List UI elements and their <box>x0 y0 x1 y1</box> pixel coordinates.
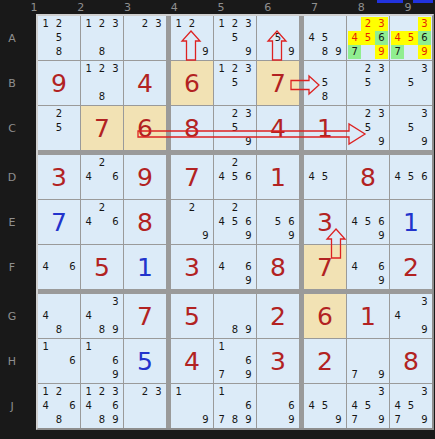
cell-A4[interactable]: 129 <box>171 16 213 60</box>
candidate-mark[interactable]: 2 <box>95 17 108 31</box>
cell-value: 2 <box>304 339 346 383</box>
cell-F1[interactable]: 46 <box>38 245 80 289</box>
candidate-mark[interactable]: 5 <box>404 31 417 45</box>
candidate-mark[interactable]: 4 <box>39 399 52 413</box>
candidate-mark[interactable]: 9 <box>109 368 122 382</box>
cell-value: 5 <box>81 245 123 289</box>
candidate-grid: 35 <box>391 62 431 104</box>
candidate-mark[interactable]: 2 <box>185 201 198 215</box>
candidate-grid: 169 <box>82 340 122 382</box>
candidate-mark[interactable]: 4 <box>215 215 228 229</box>
candidate-mark[interactable]: 9 <box>375 135 388 149</box>
col-label-5: 5 <box>218 1 225 14</box>
candidate-mark[interactable]: 5 <box>361 76 374 90</box>
cell-H2[interactable]: 169 <box>81 339 123 383</box>
candidate-mark[interactable]: 4 <box>391 399 404 413</box>
candidate-mark[interactable]: 2 <box>52 107 65 121</box>
candidate-grid: 48 <box>39 295 79 337</box>
cell-H7[interactable]: 2 <box>304 339 346 383</box>
cell-G1[interactable]: 48 <box>38 294 80 338</box>
candidate-mark[interactable]: 2 <box>95 201 108 215</box>
candidate-mark[interactable]: 9 <box>242 323 255 337</box>
candidate-mark[interactable]: 6 <box>109 354 122 368</box>
cell-D9[interactable]: 456 <box>390 155 432 199</box>
candidate-mark[interactable]: 3 <box>109 62 122 76</box>
candidate-mark[interactable]: 9 <box>332 413 345 427</box>
candidate-mark[interactable]: 5 <box>318 31 331 45</box>
cell-A3[interactable]: 23 <box>124 16 166 60</box>
candidate-grid: 89 <box>215 295 255 337</box>
candidate-mark[interactable]: 6 <box>109 215 122 229</box>
candidate-mark[interactable]: 5 <box>404 121 417 135</box>
cell-value: 9 <box>38 61 80 105</box>
cell-E1[interactable]: 7 <box>38 200 80 244</box>
cell-A2[interactable]: 1238 <box>81 16 123 60</box>
candidate-mark[interactable]: 9 <box>242 368 255 382</box>
cell-J9[interactable]: 34579 <box>390 384 432 428</box>
candidate-mark[interactable]: 9 <box>375 274 388 288</box>
cell-value: 3 <box>304 200 346 244</box>
candidate-mark[interactable]: 4 <box>348 31 361 45</box>
candidate-grid: 19 <box>172 385 212 427</box>
candidate-mark[interactable]: 4 <box>39 309 52 323</box>
cell-C1[interactable]: 25 <box>38 106 80 150</box>
cell-value: 8 <box>257 245 299 289</box>
candidate-mark[interactable]: 9 <box>375 45 388 59</box>
candidate-mark[interactable]: 5 <box>228 31 241 45</box>
candidate-mark[interactable]: 9 <box>199 45 212 59</box>
candidate-mark[interactable]: 4 <box>305 399 318 413</box>
cell-F4[interactable]: 3 <box>171 245 213 289</box>
candidate-mark[interactable]: 5 <box>318 76 331 90</box>
cell-J7[interactable]: 459 <box>304 384 346 428</box>
candidate-mark[interactable]: 2 <box>361 107 374 121</box>
cell-C3[interactable]: 6 <box>124 106 166 150</box>
candidate-mark[interactable]: 2 <box>52 385 65 399</box>
candidate-mark[interactable]: 6 <box>242 260 255 274</box>
candidate-mark[interactable]: 3 <box>418 62 431 76</box>
cell-value: 1 <box>304 106 346 150</box>
cell-J3[interactable]: 23 <box>124 384 166 428</box>
candidate-mark[interactable]: 3 <box>418 107 431 121</box>
cell-H1[interactable]: 16 <box>38 339 80 383</box>
candidate-mark[interactable]: 3 <box>109 17 122 31</box>
candidate-mark[interactable]: 2 <box>95 156 108 170</box>
candidate-mark[interactable]: 6 <box>285 399 298 413</box>
candidate-mark[interactable]: 9 <box>199 229 212 243</box>
candidate-mark[interactable]: 3 <box>242 62 255 76</box>
candidate-mark[interactable]: 7 <box>391 45 404 59</box>
cell-value: 7 <box>81 106 123 150</box>
candidate-mark[interactable]: 5 <box>228 215 241 229</box>
cell-A8[interactable]: 2345679 <box>347 16 389 60</box>
cell-D8[interactable]: 8 <box>347 155 389 199</box>
candidate-mark[interactable]: 1 <box>215 340 228 354</box>
candidate-mark[interactable]: 3 <box>375 385 388 399</box>
candidate-mark[interactable]: 5 <box>361 121 374 135</box>
candidate-grid: 46 <box>39 246 79 288</box>
cell-E4[interactable]: 29 <box>171 200 213 244</box>
candidate-grid: 2359 <box>348 107 388 149</box>
cell-H6[interactable]: 3 <box>257 339 299 383</box>
top-accent-bar <box>377 0 403 3</box>
row-label-C: C <box>8 122 16 135</box>
candidate-mark[interactable]: 3 <box>375 17 388 31</box>
candidate-mark[interactable]: 3 <box>152 385 165 399</box>
cell-value: 8 <box>171 106 213 150</box>
candidate-mark[interactable]: 9 <box>418 323 431 337</box>
cell-A7[interactable]: 4589 <box>304 16 346 60</box>
candidate-mark[interactable]: 8 <box>95 323 108 337</box>
candidate-mark[interactable]: 9 <box>375 229 388 243</box>
candidate-mark[interactable]: 9 <box>418 413 431 427</box>
candidate-mark[interactable]: 6 <box>109 399 122 413</box>
cell-J1[interactable]: 12468 <box>38 384 80 428</box>
cell-value: 8 <box>347 155 389 199</box>
cell-C7[interactable]: 1 <box>304 106 346 150</box>
candidate-mark[interactable]: 9 <box>242 45 255 59</box>
cell-J5[interactable]: 16789 <box>214 384 256 428</box>
candidate-mark[interactable]: 9 <box>109 413 122 427</box>
candidate-mark[interactable]: 4 <box>82 399 95 413</box>
candidate-mark[interactable]: 9 <box>242 229 255 243</box>
candidate-mark[interactable]: 4 <box>391 309 404 323</box>
cell-F7[interactable]: 7 <box>304 245 346 289</box>
cell-C6[interactable]: 4 <box>257 106 299 150</box>
cell-E8[interactable]: 4569 <box>347 200 389 244</box>
cell-H5[interactable]: 1679 <box>214 339 256 383</box>
cell-B5[interactable]: 1235 <box>214 61 256 105</box>
cell-value: 8 <box>390 339 432 383</box>
candidate-mark[interactable]: 5 <box>228 170 241 184</box>
cell-C8[interactable]: 2359 <box>347 106 389 150</box>
candidate-mark[interactable]: 6 <box>375 260 388 274</box>
candidate-grid: 246 <box>82 201 122 243</box>
row-label-B: B <box>8 77 16 90</box>
candidate-mark[interactable]: 5 <box>228 121 241 135</box>
candidate-mark[interactable]: 6 <box>66 260 79 274</box>
candidate-mark[interactable]: 7 <box>215 413 228 427</box>
candidate-mark[interactable]: 5 <box>52 31 65 45</box>
candidate-mark[interactable]: 5 <box>271 31 284 45</box>
candidate-mark[interactable]: 2 <box>228 62 241 76</box>
candidate-mark[interactable]: 5 <box>404 170 417 184</box>
cell-F8[interactable]: 469 <box>347 245 389 289</box>
candidate-mark[interactable]: 4 <box>391 31 404 45</box>
cell-E7[interactable]: 3 <box>304 200 346 244</box>
candidate-mark[interactable]: 4 <box>82 309 95 323</box>
candidate-mark[interactable]: 4 <box>305 31 318 45</box>
col-label-3: 3 <box>124 1 131 14</box>
cell-C9[interactable]: 359 <box>390 106 432 150</box>
candidate-mark[interactable]: 9 <box>332 45 345 59</box>
cell-E3[interactable]: 8 <box>124 200 166 244</box>
candidate-mark[interactable]: 9 <box>242 135 255 149</box>
candidate-mark[interactable]: 3 <box>375 62 388 76</box>
cell-F9[interactable]: 2 <box>390 245 432 289</box>
candidate-mark[interactable]: 5 <box>228 76 241 90</box>
candidate-mark[interactable]: 2 <box>52 17 65 31</box>
candidate-mark[interactable]: 1 <box>215 17 228 31</box>
cell-C4[interactable]: 8 <box>171 106 213 150</box>
cell-F5[interactable]: 469 <box>214 245 256 289</box>
cell-D5[interactable]: 2456 <box>214 155 256 199</box>
candidate-mark[interactable]: 8 <box>318 45 331 59</box>
candidate-mark[interactable]: 3 <box>242 17 255 31</box>
cell-C5[interactable]: 2359 <box>214 106 256 150</box>
cell-F2[interactable]: 5 <box>81 245 123 289</box>
cell-D4[interactable]: 7 <box>171 155 213 199</box>
cell-G2[interactable]: 3489 <box>81 294 123 338</box>
cell-A9[interactable]: 345679 <box>390 16 432 60</box>
cell-value: 7 <box>38 200 80 244</box>
candidate-mark[interactable]: 1 <box>39 17 52 31</box>
candidate-grid: 3489 <box>82 295 122 337</box>
candidate-mark[interactable]: 2 <box>95 62 108 76</box>
candidate-mark[interactable]: 9 <box>109 323 122 337</box>
candidate-mark[interactable]: 1 <box>82 62 95 76</box>
col-label-7: 7 <box>311 1 318 14</box>
cell-value: 1 <box>124 245 166 289</box>
candidate-mark[interactable]: 4 <box>348 215 361 229</box>
candidate-mark[interactable]: 5 <box>318 170 331 184</box>
candidate-mark[interactable]: 9 <box>242 274 255 288</box>
cell-B2[interactable]: 1238 <box>81 61 123 105</box>
cell-B9[interactable]: 35 <box>390 61 432 105</box>
candidate-mark[interactable]: 6 <box>242 399 255 413</box>
candidate-mark[interactable]: 2 <box>361 17 374 31</box>
candidate-grid: 1679 <box>215 340 255 382</box>
row-label-A: A <box>8 32 16 45</box>
candidate-mark[interactable]: 2 <box>228 156 241 170</box>
cell-D2[interactable]: 246 <box>81 155 123 199</box>
cell-F6[interactable]: 8 <box>257 245 299 289</box>
candidate-mark[interactable]: 2 <box>95 385 108 399</box>
candidate-mark[interactable]: 9 <box>375 413 388 427</box>
candidate-mark[interactable]: 9 <box>375 368 388 382</box>
candidate-mark[interactable]: 1 <box>39 340 52 354</box>
candidate-mark[interactable]: 4 <box>348 260 361 274</box>
candidate-mark[interactable]: 6 <box>66 354 79 368</box>
cell-G4[interactable]: 5 <box>171 294 213 338</box>
candidate-mark[interactable]: 3 <box>242 107 255 121</box>
candidate-mark[interactable]: 3 <box>418 17 431 31</box>
candidate-mark[interactable]: 6 <box>66 399 79 413</box>
cell-B8[interactable]: 235 <box>347 61 389 105</box>
candidate-mark[interactable]: 3 <box>152 17 165 31</box>
candidate-mark[interactable]: 6 <box>375 31 388 45</box>
cell-value: 7 <box>124 294 166 338</box>
cell-E5[interactable]: 24569 <box>214 200 256 244</box>
candidate-grid: 34579 <box>348 385 388 427</box>
candidate-mark[interactable]: 7 <box>348 413 361 427</box>
row-label-D: D <box>8 171 16 184</box>
candidate-mark[interactable]: 2 <box>138 17 151 31</box>
candidate-grid: 59 <box>258 17 298 59</box>
candidate-mark[interactable]: 2 <box>228 107 241 121</box>
cell-G9[interactable]: 349 <box>390 294 432 338</box>
candidate-mark[interactable]: 6 <box>109 170 122 184</box>
candidate-grid: 129 <box>172 17 212 59</box>
cell-B4[interactable]: 6 <box>171 61 213 105</box>
candidate-mark[interactable]: 3 <box>375 107 388 121</box>
row-label-J: J <box>10 400 13 413</box>
candidate-mark[interactable]: 5 <box>271 215 284 229</box>
cell-E9[interactable]: 1 <box>390 200 432 244</box>
candidate-mark[interactable]: 2 <box>228 201 241 215</box>
candidate-mark[interactable]: 4 <box>82 170 95 184</box>
cell-D6[interactable]: 1 <box>257 155 299 199</box>
candidate-mark[interactable]: 6 <box>375 215 388 229</box>
candidate-mark[interactable]: 8 <box>228 323 241 337</box>
cell-H4[interactable]: 4 <box>171 339 213 383</box>
candidate-mark[interactable]: 5 <box>361 215 374 229</box>
col-label-9: 9 <box>405 1 412 14</box>
cell-E2[interactable]: 246 <box>81 200 123 244</box>
cell-value: 8 <box>124 200 166 244</box>
candidate-mark[interactable]: 4 <box>39 260 52 274</box>
cell-G8[interactable]: 1 <box>347 294 389 338</box>
candidate-mark[interactable]: 5 <box>361 399 374 413</box>
candidate-grid: 359 <box>391 107 431 149</box>
candidate-mark[interactable]: 9 <box>285 413 298 427</box>
candidate-mark[interactable]: 8 <box>52 45 65 59</box>
cell-J4[interactable]: 19 <box>171 384 213 428</box>
cell-F3[interactable]: 1 <box>124 245 166 289</box>
candidate-mark[interactable]: 3 <box>418 295 431 309</box>
candidate-grid: 16789 <box>215 385 255 427</box>
candidate-mark[interactable]: 1 <box>82 385 95 399</box>
cell-A1[interactable]: 1258 <box>38 16 80 60</box>
candidate-mark[interactable]: 6 <box>285 215 298 229</box>
candidate-mark[interactable]: 8 <box>95 45 108 59</box>
candidate-mark[interactable]: 2 <box>228 17 241 31</box>
candidate-mark[interactable]: 9 <box>285 45 298 59</box>
cell-D7[interactable]: 45 <box>304 155 346 199</box>
cell-G5[interactable]: 89 <box>214 294 256 338</box>
candidate-mark[interactable]: 5 <box>318 399 331 413</box>
candidate-mark[interactable]: 1 <box>215 62 228 76</box>
candidate-mark[interactable]: 1 <box>215 385 228 399</box>
top-accent-bar <box>413 0 433 3</box>
cell-J6[interactable]: 69 <box>257 384 299 428</box>
cell-value: 6 <box>124 106 166 150</box>
candidate-grid: 69 <box>258 385 298 427</box>
candidate-mark[interactable]: 9 <box>242 413 255 427</box>
cell-B7[interactable]: 58 <box>304 61 346 105</box>
candidate-grid: 79 <box>348 340 388 382</box>
cell-H8[interactable]: 79 <box>347 339 389 383</box>
candidate-mark[interactable]: 4 <box>348 399 361 413</box>
candidate-mark[interactable]: 6 <box>418 31 431 45</box>
candidate-mark[interactable]: 5 <box>404 399 417 413</box>
cell-value: 1 <box>390 200 432 244</box>
cell-G7[interactable]: 6 <box>304 294 346 338</box>
cell-D3[interactable]: 9 <box>124 155 166 199</box>
candidate-mark[interactable]: 5 <box>52 121 65 135</box>
candidate-mark[interactable]: 9 <box>199 413 212 427</box>
candidate-mark[interactable]: 8 <box>95 413 108 427</box>
candidate-mark[interactable]: 3 <box>418 385 431 399</box>
cell-H9[interactable]: 8 <box>390 339 432 383</box>
candidate-mark[interactable]: 8 <box>52 323 65 337</box>
candidate-mark[interactable]: 3 <box>109 385 122 399</box>
cell-C2[interactable]: 7 <box>81 106 123 150</box>
candidate-mark[interactable]: 2 <box>185 17 198 31</box>
candidate-mark[interactable]: 3 <box>109 295 122 309</box>
row-label-H: H <box>8 355 16 368</box>
candidate-grid: 2359 <box>215 107 255 149</box>
candidate-mark[interactable]: 9 <box>285 229 298 243</box>
cell-G3[interactable]: 7 <box>124 294 166 338</box>
candidate-mark[interactable]: 6 <box>242 354 255 368</box>
candidate-mark[interactable]: 6 <box>242 170 255 184</box>
candidate-grid: 25 <box>39 107 79 149</box>
cell-J2[interactable]: 1234689 <box>81 384 123 428</box>
candidate-mark[interactable]: 4 <box>82 215 95 229</box>
candidate-mark[interactable]: 9 <box>418 45 431 59</box>
candidate-mark[interactable]: 8 <box>318 90 331 104</box>
candidate-mark[interactable]: 5 <box>404 76 417 90</box>
candidate-grid: 469 <box>215 246 255 288</box>
cell-B3[interactable]: 4 <box>124 61 166 105</box>
candidate-grid: 235 <box>348 62 388 104</box>
candidate-mark[interactable]: 4 <box>391 170 404 184</box>
candidate-mark[interactable]: 5 <box>361 31 374 45</box>
candidate-mark[interactable]: 6 <box>242 215 255 229</box>
candidate-mark[interactable]: 9 <box>418 135 431 149</box>
candidate-mark[interactable]: 7 <box>348 45 361 59</box>
candidate-grid: 34579 <box>391 385 431 427</box>
cell-J8[interactable]: 34579 <box>347 384 389 428</box>
candidate-mark[interactable]: 4 <box>215 170 228 184</box>
cell-value: 4 <box>257 106 299 150</box>
cell-A5[interactable]: 12359 <box>214 16 256 60</box>
cell-E6[interactable]: 569 <box>257 200 299 244</box>
candidate-mark[interactable]: 8 <box>95 90 108 104</box>
cell-G6[interactable]: 2 <box>257 294 299 338</box>
candidate-mark[interactable]: 4 <box>305 170 318 184</box>
cell-B1[interactable]: 9 <box>38 61 80 105</box>
cell-H3[interactable]: 5 <box>124 339 166 383</box>
candidate-mark[interactable]: 2 <box>138 385 151 399</box>
candidate-grid: 345679 <box>391 17 431 59</box>
candidate-mark[interactable]: 2 <box>361 62 374 76</box>
candidate-mark[interactable]: 7 <box>215 368 228 382</box>
candidate-mark[interactable]: 1 <box>82 340 95 354</box>
cell-value: 6 <box>304 294 346 338</box>
cell-value: 7 <box>171 155 213 199</box>
candidate-mark[interactable]: 1 <box>39 385 52 399</box>
row-label-F: F <box>9 261 15 274</box>
candidate-mark[interactable]: 4 <box>215 260 228 274</box>
sudoku-app: 123456789 ABCDEFGHJ 12581238231291235959… <box>0 0 435 439</box>
candidate-mark[interactable]: 1 <box>82 17 95 31</box>
candidate-mark[interactable]: 1 <box>172 385 185 399</box>
cell-value: 7 <box>304 245 346 289</box>
candidate-mark[interactable]: 7 <box>348 368 361 382</box>
cell-D1[interactable]: 3 <box>38 155 80 199</box>
candidate-mark[interactable]: 7 <box>391 413 404 427</box>
candidate-grid: 2345679 <box>348 17 388 59</box>
cell-A6[interactable]: 59 <box>257 16 299 60</box>
candidate-mark[interactable]: 8 <box>52 413 65 427</box>
cell-B6[interactable]: 7 <box>257 61 299 105</box>
candidate-mark[interactable]: 6 <box>418 170 431 184</box>
row-label-G: G <box>8 310 17 323</box>
candidate-mark[interactable]: 1 <box>172 17 185 31</box>
candidate-mark[interactable]: 8 <box>228 413 241 427</box>
